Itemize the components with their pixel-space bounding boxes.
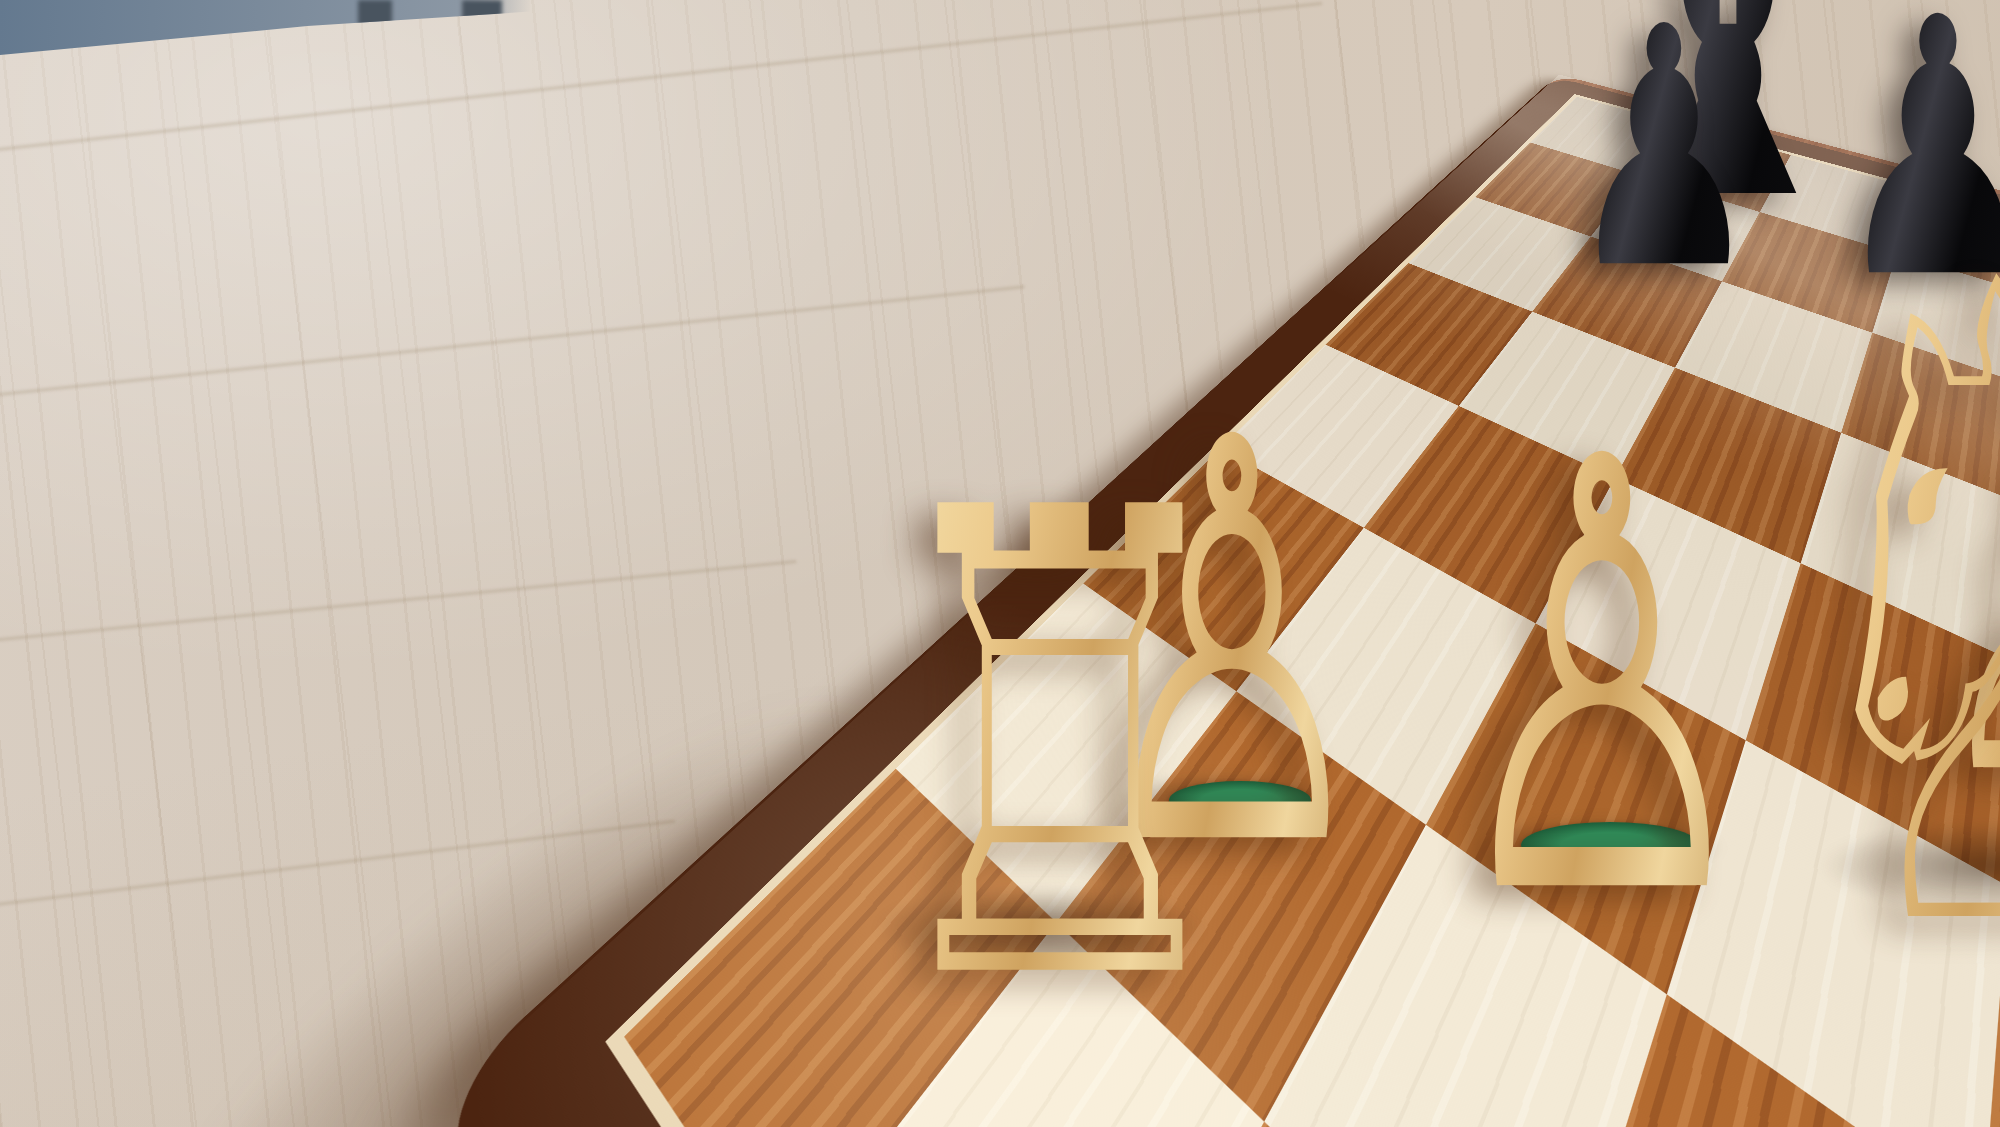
black-pawn-glyph: ♟ bbox=[1566, 0, 1761, 314]
white-knight-glyph: ♘ bbox=[1763, 172, 2000, 1052]
chess-photo-scene: ♙♝♟♟♙♖♙♘ bbox=[0, 0, 2000, 1127]
white-pawn-glyph: ♙ bbox=[1442, 382, 1762, 977]
white-rook-glyph: ♖ bbox=[865, 428, 1255, 1068]
